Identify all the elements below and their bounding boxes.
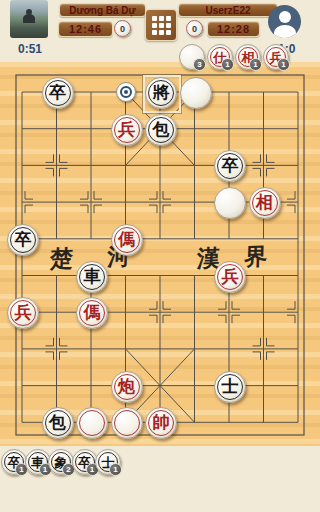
- captured-count-badge: 1: [221, 58, 234, 71]
- black-piece-車[interactable]: 車: [76, 261, 108, 293]
- xiangqi-board[interactable]: 楚 河 漢 界 卒將兵包卒相卒傌車兵兵傌炮士包帥: [0, 62, 320, 446]
- captured-black-piece-卒: 卒1: [1, 449, 27, 475]
- red-piece-兵[interactable]: 兵: [111, 114, 143, 146]
- captured-count-badge: 1: [277, 58, 290, 71]
- red-piece-兵[interactable]: 兵: [7, 297, 39, 329]
- captured-black-piece-卒: 卒1: [72, 449, 98, 475]
- red-piece-炮[interactable]: 炮: [111, 371, 143, 403]
- captured-red-piece-相: 相1: [235, 44, 261, 70]
- captured-red-piece-兵: 兵1: [263, 44, 289, 70]
- black-piece-士[interactable]: 士: [214, 371, 246, 403]
- red-piece-傌[interactable]: 傌: [111, 224, 143, 256]
- hidden-red-piece[interactable]: [111, 407, 143, 439]
- hidden-black-piece[interactable]: [214, 187, 246, 219]
- hidden-black-piece[interactable]: [180, 77, 212, 109]
- captured-black-piece-士: 士1: [95, 449, 121, 475]
- red-piece-傌[interactable]: 傌: [76, 297, 108, 329]
- black-piece-將[interactable]: 將: [145, 77, 177, 109]
- left-player-capture-counter: 0: [114, 20, 131, 37]
- game-screen: Dương Bá Dự 12:46 0 UserzE22 0 12:28 0:5…: [0, 0, 320, 512]
- right-player-capture-counter: 0: [186, 20, 203, 37]
- black-piece-包[interactable]: 包: [42, 407, 74, 439]
- right-player-name: UserzE22: [178, 3, 278, 17]
- black-piece-卒[interactable]: 卒: [7, 224, 39, 256]
- captured-black-piece-象: 象2: [48, 449, 74, 475]
- left-player-name: Dương Bá Dự: [59, 3, 146, 17]
- red-piece-兵[interactable]: 兵: [214, 261, 246, 293]
- menu-button[interactable]: [145, 9, 177, 41]
- right-player-clock: 12:28: [207, 21, 260, 37]
- right-player-avatar[interactable]: [268, 5, 301, 38]
- captured-black-piece-車: 車1: [25, 449, 51, 475]
- captured-hidden-red-piece: 3: [179, 44, 205, 70]
- left-player-clock: 12:46: [58, 21, 113, 37]
- left-player-avatar[interactable]: [10, 0, 48, 38]
- captured-count-badge: 1: [109, 463, 122, 476]
- turn-timer: 0:51: [18, 42, 42, 56]
- captured-red-piece-仕: 仕1: [207, 44, 233, 70]
- black-piece-卒[interactable]: 卒: [42, 77, 74, 109]
- captured-count-badge: 1: [249, 58, 262, 71]
- black-piece-包[interactable]: 包: [145, 114, 177, 146]
- last-move-origin-marker: [116, 82, 136, 102]
- red-piece-相[interactable]: 相: [249, 187, 281, 219]
- captured-count-badge: 3: [193, 58, 206, 71]
